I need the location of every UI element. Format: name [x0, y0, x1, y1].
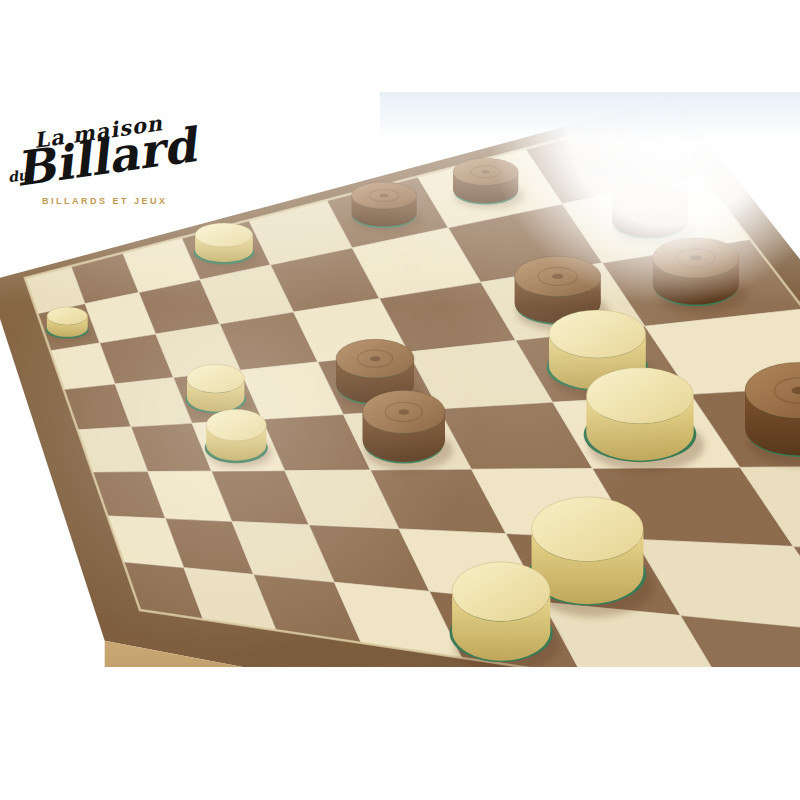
piece-boxwood-e1[interactable]	[450, 562, 560, 673]
piece-top	[452, 562, 550, 622]
background-tint	[380, 92, 800, 140]
product-photo: La maison du Billard BILLARDS ET JEUX	[0, 0, 800, 800]
photo-crop-bottom	[0, 667, 800, 800]
piece-walnut-h4[interactable]	[745, 362, 800, 466]
photo-crop-top	[0, 0, 800, 92]
brand-logo: La maison du Billard BILLARDS ET JEUX	[6, 128, 191, 206]
logo-tagline: BILLARDS ET JEUX	[42, 196, 191, 206]
